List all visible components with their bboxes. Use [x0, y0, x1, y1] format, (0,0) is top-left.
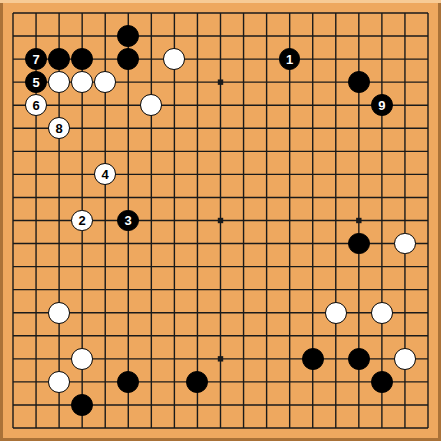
black-stone [48, 48, 70, 70]
move-number: 2 [79, 214, 86, 227]
black-stone [302, 348, 324, 370]
black-stone [117, 25, 139, 47]
black-stone [371, 371, 393, 393]
black-stone-move-9: 9 [371, 94, 393, 116]
black-stone [348, 71, 370, 93]
white-stone-move-2: 2 [71, 210, 93, 232]
move-number: 3 [125, 214, 132, 227]
black-stone-move-5: 5 [25, 71, 47, 93]
move-number: 7 [32, 53, 39, 66]
white-stone [71, 71, 93, 93]
black-stone [348, 233, 370, 255]
move-number: 9 [378, 99, 385, 112]
white-stone [71, 348, 93, 370]
white-stone [48, 302, 70, 324]
black-stone [117, 371, 139, 393]
black-stone [71, 394, 93, 416]
white-stone [394, 233, 416, 255]
white-stone [325, 302, 347, 324]
white-stone-move-8: 8 [48, 117, 70, 139]
white-stone [48, 371, 70, 393]
white-stone [140, 94, 162, 116]
white-stone [394, 348, 416, 370]
white-stone-move-4: 4 [94, 163, 116, 185]
move-number: 5 [32, 76, 39, 89]
white-stone-move-6: 6 [25, 94, 47, 116]
move-number: 1 [286, 53, 293, 66]
black-stone [348, 348, 370, 370]
go-board: 715698423 [0, 0, 441, 441]
black-stone [71, 48, 93, 70]
white-stone [371, 302, 393, 324]
white-stone [94, 71, 116, 93]
stones-layer: 715698423 [1, 1, 439, 439]
black-stone-move-7: 7 [25, 48, 47, 70]
move-number: 4 [102, 168, 109, 181]
black-stone [186, 371, 208, 393]
move-number: 6 [32, 99, 39, 112]
white-stone [163, 48, 185, 70]
move-number: 8 [55, 122, 62, 135]
black-stone-move-1: 1 [279, 48, 301, 70]
white-stone [48, 71, 70, 93]
black-stone-move-3: 3 [117, 210, 139, 232]
black-stone [117, 48, 139, 70]
